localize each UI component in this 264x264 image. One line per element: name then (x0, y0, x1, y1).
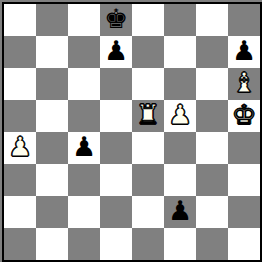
square-h5[interactable]: ♚ (228, 100, 260, 132)
white-pawn-f5[interactable]: ♟ (168, 100, 192, 131)
black-pawn-h7[interactable]: ♟ (232, 36, 256, 67)
square-c7[interactable] (68, 36, 100, 68)
white-rook-e5[interactable]: ♜ (136, 100, 160, 131)
board-border: ♚♟♟♝♜♟♚♟♟♟ (2, 2, 262, 262)
square-b8[interactable] (36, 4, 68, 36)
black-pawn-f2[interactable]: ♟ (168, 196, 192, 227)
square-h7[interactable]: ♟ (228, 36, 260, 68)
square-e4[interactable] (132, 132, 164, 164)
square-g3[interactable] (196, 164, 228, 196)
square-d7[interactable]: ♟ (100, 36, 132, 68)
square-b3[interactable] (36, 164, 68, 196)
chess-diagram: ♚♟♟♝♜♟♚♟♟♟ (0, 0, 264, 264)
square-c2[interactable] (68, 196, 100, 228)
square-d1[interactable] (100, 228, 132, 260)
square-d5[interactable] (100, 100, 132, 132)
square-d4[interactable] (100, 132, 132, 164)
square-d2[interactable] (100, 196, 132, 228)
square-h4[interactable] (228, 132, 260, 164)
black-pawn-c4[interactable]: ♟ (72, 132, 96, 163)
square-e5[interactable]: ♜ (132, 100, 164, 132)
square-g8[interactable] (196, 4, 228, 36)
square-g7[interactable] (196, 36, 228, 68)
white-bishop-h6[interactable]: ♝ (232, 68, 256, 99)
square-a1[interactable] (4, 228, 36, 260)
square-e3[interactable] (132, 164, 164, 196)
square-f5[interactable]: ♟ (164, 100, 196, 132)
square-b1[interactable] (36, 228, 68, 260)
square-f6[interactable] (164, 68, 196, 100)
square-b2[interactable] (36, 196, 68, 228)
square-e1[interactable] (132, 228, 164, 260)
square-e8[interactable] (132, 4, 164, 36)
square-g2[interactable] (196, 196, 228, 228)
board-outer-edge: ♚♟♟♝♜♟♚♟♟♟ (0, 0, 262, 262)
square-f8[interactable] (164, 4, 196, 36)
square-e2[interactable] (132, 196, 164, 228)
square-h8[interactable] (228, 4, 260, 36)
square-g1[interactable] (196, 228, 228, 260)
square-f7[interactable] (164, 36, 196, 68)
square-a3[interactable] (4, 164, 36, 196)
square-a7[interactable] (4, 36, 36, 68)
square-d6[interactable] (100, 68, 132, 100)
square-b6[interactable] (36, 68, 68, 100)
square-g6[interactable] (196, 68, 228, 100)
black-king-d8[interactable]: ♚ (104, 4, 128, 35)
square-f1[interactable] (164, 228, 196, 260)
square-a4[interactable]: ♟ (4, 132, 36, 164)
square-e7[interactable] (132, 36, 164, 68)
white-pawn-a4[interactable]: ♟ (8, 132, 32, 163)
square-b5[interactable] (36, 100, 68, 132)
square-g4[interactable] (196, 132, 228, 164)
square-b7[interactable] (36, 36, 68, 68)
square-c5[interactable] (68, 100, 100, 132)
square-c8[interactable] (68, 4, 100, 36)
square-g5[interactable] (196, 100, 228, 132)
square-a5[interactable] (4, 100, 36, 132)
square-f2[interactable]: ♟ (164, 196, 196, 228)
square-a2[interactable] (4, 196, 36, 228)
square-c6[interactable] (68, 68, 100, 100)
square-d3[interactable] (100, 164, 132, 196)
square-h6[interactable]: ♝ (228, 68, 260, 100)
square-c4[interactable]: ♟ (68, 132, 100, 164)
square-e6[interactable] (132, 68, 164, 100)
square-f3[interactable] (164, 164, 196, 196)
chess-board: ♚♟♟♝♜♟♚♟♟♟ (4, 4, 260, 260)
square-h1[interactable] (228, 228, 260, 260)
square-a6[interactable] (4, 68, 36, 100)
black-pawn-d7[interactable]: ♟ (104, 36, 128, 67)
square-d8[interactable]: ♚ (100, 4, 132, 36)
square-c3[interactable] (68, 164, 100, 196)
square-c1[interactable] (68, 228, 100, 260)
white-king-h5[interactable]: ♚ (232, 100, 256, 131)
square-h2[interactable] (228, 196, 260, 228)
square-f4[interactable] (164, 132, 196, 164)
square-b4[interactable] (36, 132, 68, 164)
square-a8[interactable] (4, 4, 36, 36)
square-h3[interactable] (228, 164, 260, 196)
